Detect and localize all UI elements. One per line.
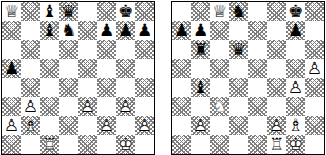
piece-black-pawn: ♟ (97, 21, 116, 40)
square-c1[interactable] (210, 135, 229, 154)
square-a4[interactable] (2, 78, 21, 97)
square-a8[interactable] (172, 2, 191, 21)
square-e4[interactable] (248, 78, 267, 97)
square-c8[interactable]: ♝ (40, 2, 59, 21)
square-f1[interactable]: ♜♖ (267, 135, 286, 154)
piece-white-king: ♚♔ (286, 135, 305, 154)
piece-white-pawn: ♟♙ (116, 97, 135, 116)
square-f5[interactable] (97, 59, 116, 78)
square-h1[interactable] (135, 135, 154, 154)
square-h4[interactable] (135, 78, 154, 97)
square-f6[interactable] (267, 40, 286, 59)
piece-black-queen: ♛ (229, 40, 248, 59)
square-f3[interactable] (267, 97, 286, 116)
square-f2[interactable]: ♟♙ (97, 116, 116, 135)
piece-white-pawn: ♟♙ (21, 97, 40, 116)
square-c2[interactable] (40, 116, 59, 135)
square-e7[interactable] (78, 21, 97, 40)
piece-white-rook: ♜♖ (267, 135, 286, 154)
square-h6[interactable] (305, 40, 324, 59)
piece-white-queen: ♛♕ (210, 2, 229, 21)
piece-black-bishop: ♝ (40, 2, 59, 21)
piece-white-bishop: ♝♗ (21, 116, 40, 135)
square-h4[interactable] (305, 78, 324, 97)
square-f4[interactable] (267, 78, 286, 97)
square-a6[interactable] (172, 40, 191, 59)
square-f3[interactable] (97, 97, 116, 116)
square-h3[interactable] (305, 97, 324, 116)
square-b1[interactable] (191, 135, 210, 154)
square-e5[interactable] (78, 59, 97, 78)
square-g7[interactable]: ♟ (116, 21, 135, 40)
square-h5[interactable] (135, 59, 154, 78)
piece-white-queen: ♛♕ (2, 2, 21, 21)
square-h8[interactable] (135, 2, 154, 21)
square-d1[interactable] (229, 135, 248, 154)
square-h5[interactable]: ♟♙ (305, 59, 324, 78)
square-c3[interactable]: ♞♘ (210, 97, 229, 116)
square-a6[interactable] (2, 40, 21, 59)
piece-white-pawn: ♟♙ (191, 116, 210, 135)
piece-black-bishop: ♝ (40, 21, 59, 40)
square-g5[interactable] (116, 59, 135, 78)
square-a3[interactable] (172, 97, 191, 116)
square-h2[interactable]: ♟♙ (135, 116, 154, 135)
square-g5[interactable] (286, 59, 305, 78)
square-g6[interactable] (116, 40, 135, 59)
square-c3[interactable] (40, 97, 59, 116)
square-a1[interactable] (172, 135, 191, 154)
piece-white-bishop: ♝♗ (286, 116, 305, 135)
square-g4[interactable]: ♟♙ (286, 78, 305, 97)
piece-white-pawn: ♟♙ (97, 116, 116, 135)
square-b5[interactable] (21, 59, 40, 78)
square-d5[interactable] (229, 59, 248, 78)
piece-white-pawn: ♟♙ (78, 97, 97, 116)
square-d6[interactable] (59, 40, 78, 59)
square-b4[interactable]: ♝ (191, 78, 210, 97)
chess-board-left: ♛♕♝♛♚♝♞♟♟♟♟♟♙♟♙♟♙♟♙♝♗♟♙♟♙♜♖♚♔ (1, 1, 155, 155)
piece-white-rook: ♜♖ (40, 135, 59, 154)
chess-board-right: ♛♕♞♚♟♟♟♜♛♟♙♝♟♙♞♘♟♙♟♙♝♗♜♖♚♔ (171, 1, 325, 155)
square-c2[interactable] (210, 116, 229, 135)
square-h7[interactable]: ♟ (135, 21, 154, 40)
square-d8[interactable]: ♛ (59, 2, 78, 21)
square-b2[interactable]: ♟♙ (191, 116, 210, 135)
square-a5[interactable]: ♟ (2, 59, 21, 78)
square-e8[interactable] (248, 2, 267, 21)
piece-white-king: ♚♔ (116, 135, 135, 154)
piece-white-pawn: ♟♙ (286, 78, 305, 97)
square-h6[interactable] (135, 40, 154, 59)
square-c7[interactable]: ♝ (40, 21, 59, 40)
square-e1[interactable] (248, 135, 267, 154)
square-c6[interactable] (40, 40, 59, 59)
square-f8[interactable] (97, 2, 116, 21)
square-f8[interactable] (267, 2, 286, 21)
square-d1[interactable] (59, 135, 78, 154)
square-e5[interactable] (248, 59, 267, 78)
square-h7[interactable] (305, 21, 324, 40)
square-b3[interactable]: ♟♙ (21, 97, 40, 116)
square-g8[interactable]: ♚ (286, 2, 305, 21)
square-h2[interactable] (305, 116, 324, 135)
square-f4[interactable] (97, 78, 116, 97)
square-g1[interactable]: ♚♔ (286, 135, 305, 154)
square-b5[interactable] (191, 59, 210, 78)
square-e1[interactable] (78, 135, 97, 154)
square-b4[interactable] (21, 78, 40, 97)
square-c5[interactable] (40, 59, 59, 78)
square-c5[interactable] (210, 59, 229, 78)
piece-white-pawn: ♟♙ (135, 116, 154, 135)
piece-black-bishop: ♝ (191, 78, 210, 97)
square-g2[interactable] (116, 116, 135, 135)
square-d4[interactable] (229, 78, 248, 97)
square-a7[interactable]: ♟ (172, 21, 191, 40)
square-d6[interactable]: ♛ (229, 40, 248, 59)
piece-white-pawn: ♟♙ (267, 116, 286, 135)
square-f5[interactable] (267, 59, 286, 78)
square-d7[interactable] (229, 21, 248, 40)
square-e6[interactable] (78, 40, 97, 59)
piece-black-queen: ♛ (59, 2, 78, 21)
square-a2[interactable]: ♟♙ (2, 116, 21, 135)
square-b7[interactable]: ♟ (191, 21, 210, 40)
square-c8[interactable]: ♛♕ (210, 2, 229, 21)
square-c1[interactable]: ♜♖ (40, 135, 59, 154)
square-e3[interactable] (248, 97, 267, 116)
square-b8[interactable] (191, 2, 210, 21)
square-e4[interactable] (78, 78, 97, 97)
square-b2[interactable]: ♝♗ (21, 116, 40, 135)
square-b7[interactable] (21, 21, 40, 40)
piece-black-pawn: ♟ (172, 21, 191, 40)
square-h1[interactable] (305, 135, 324, 154)
square-f1[interactable] (97, 135, 116, 154)
square-d3[interactable] (229, 97, 248, 116)
square-h8[interactable] (305, 2, 324, 21)
square-c4[interactable] (40, 78, 59, 97)
square-g3[interactable]: ♟♙ (116, 97, 135, 116)
square-g6[interactable] (286, 40, 305, 59)
piece-white-knight: ♞♘ (210, 97, 229, 116)
square-d4[interactable] (59, 78, 78, 97)
square-a2[interactable] (172, 116, 191, 135)
square-a8[interactable]: ♛♕ (2, 2, 21, 21)
square-g3[interactable] (286, 97, 305, 116)
square-e8[interactable] (78, 2, 97, 21)
piece-white-pawn: ♟♙ (2, 116, 21, 135)
square-b3[interactable] (191, 97, 210, 116)
square-g7[interactable]: ♟ (286, 21, 305, 40)
square-h3[interactable] (135, 97, 154, 116)
piece-white-pawn: ♟♙ (305, 59, 324, 78)
square-g2[interactable]: ♝♗ (286, 116, 305, 135)
piece-black-rook: ♜ (191, 40, 210, 59)
square-b6[interactable]: ♜ (191, 40, 210, 59)
square-g4[interactable] (116, 78, 135, 97)
square-c7[interactable] (210, 21, 229, 40)
piece-black-pawn: ♟ (191, 21, 210, 40)
square-d3[interactable] (59, 97, 78, 116)
square-b6[interactable] (21, 40, 40, 59)
square-e6[interactable] (248, 40, 267, 59)
square-f7[interactable] (267, 21, 286, 40)
piece-black-pawn: ♟ (135, 21, 154, 40)
piece-black-king: ♚ (286, 2, 305, 21)
square-e7[interactable] (248, 21, 267, 40)
square-d5[interactable] (59, 59, 78, 78)
square-b1[interactable] (21, 135, 40, 154)
square-a3[interactable] (2, 97, 21, 116)
square-a4[interactable] (172, 78, 191, 97)
piece-black-king: ♚ (116, 2, 135, 21)
square-e2[interactable] (78, 116, 97, 135)
diagram-pair: ♛♕♝♛♚♝♞♟♟♟♟♟♙♟♙♟♙♟♙♝♗♟♙♟♙♜♖♚♔ ♛♕♞♚♟♟♟♜♛♟… (0, 0, 325, 155)
square-d2[interactable] (229, 116, 248, 135)
piece-black-pawn: ♟ (2, 59, 21, 78)
square-e2[interactable] (248, 116, 267, 135)
square-f2[interactable]: ♟♙ (267, 116, 286, 135)
square-f7[interactable]: ♟ (97, 21, 116, 40)
square-e3[interactable]: ♟♙ (78, 97, 97, 116)
square-b8[interactable] (21, 2, 40, 21)
square-d7[interactable]: ♞ (59, 21, 78, 40)
piece-black-knight: ♞ (229, 2, 248, 21)
square-d2[interactable] (59, 116, 78, 135)
square-g1[interactable]: ♚♔ (116, 135, 135, 154)
square-f6[interactable] (97, 40, 116, 59)
piece-black-pawn: ♟ (286, 21, 305, 40)
square-g8[interactable]: ♚ (116, 2, 135, 21)
piece-black-knight: ♞ (59, 21, 78, 40)
piece-black-pawn: ♟ (116, 21, 135, 40)
square-a7[interactable] (2, 21, 21, 40)
square-a1[interactable] (2, 135, 21, 154)
square-d8[interactable]: ♞ (229, 2, 248, 21)
square-c6[interactable] (210, 40, 229, 59)
square-c4[interactable] (210, 78, 229, 97)
square-a5[interactable] (172, 59, 191, 78)
